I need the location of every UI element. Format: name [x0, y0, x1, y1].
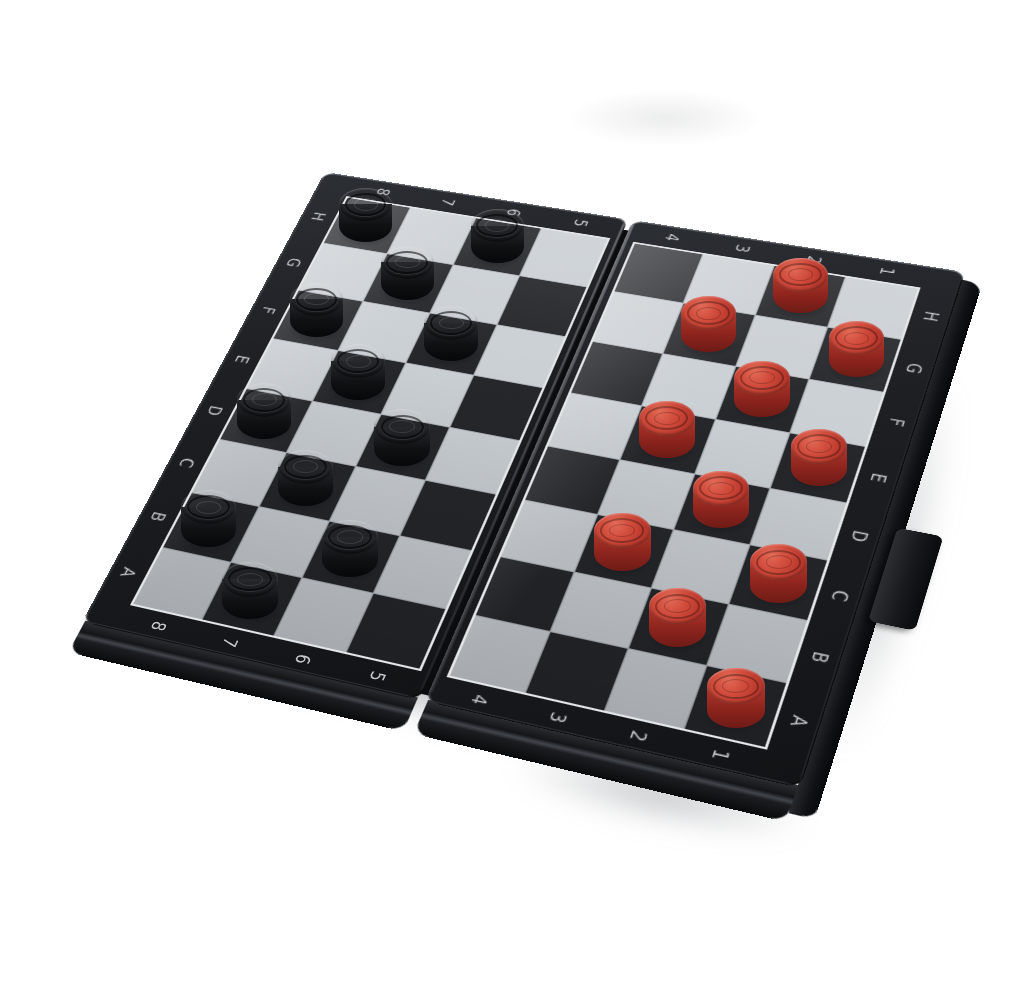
piece-red-c3[interactable] — [594, 513, 651, 571]
piece-black-f8[interactable] — [290, 283, 344, 338]
piece-top-crown-emboss — [734, 361, 789, 395]
piece-top-crown-emboss — [693, 471, 749, 506]
piece-top-crown-emboss — [278, 450, 333, 484]
piece-red-h2[interactable] — [773, 258, 828, 314]
piece-top-crown-emboss — [237, 383, 291, 417]
piece-top-crown-emboss — [322, 520, 378, 555]
piece-black-d8[interactable] — [237, 383, 291, 439]
pieces-layer — [0, 0, 1024, 1004]
piece-top-crown-emboss — [750, 544, 807, 580]
piece-red-e1[interactable] — [791, 429, 847, 486]
piece-red-g3[interactable] — [681, 296, 736, 352]
piece-top-crown-emboss — [681, 296, 736, 330]
piece-top-crown-emboss — [594, 513, 651, 548]
piece-black-a7[interactable] — [222, 562, 278, 619]
piece-top-crown-emboss — [829, 321, 884, 355]
piece-top-crown-emboss — [424, 306, 478, 340]
piece-black-b8[interactable] — [181, 490, 236, 547]
piece-red-d2[interactable] — [693, 471, 749, 529]
piece-red-c1[interactable] — [750, 544, 807, 603]
piece-red-e3[interactable] — [639, 401, 695, 458]
piece-black-h6[interactable] — [471, 209, 524, 263]
piece-black-h8[interactable] — [339, 188, 392, 242]
piece-black-b6[interactable] — [322, 520, 378, 577]
piece-black-f6[interactable] — [424, 306, 478, 361]
piece-red-f2[interactable] — [734, 361, 789, 418]
piece-red-a1[interactable] — [707, 668, 766, 728]
piece-red-b2[interactable] — [649, 588, 707, 647]
piece-top-crown-emboss — [339, 188, 392, 221]
piece-top-crown-emboss — [649, 588, 707, 624]
piece-top-crown-emboss — [290, 283, 344, 316]
piece-top-crown-emboss — [381, 246, 434, 279]
piece-top-crown-emboss — [791, 429, 847, 464]
piece-black-e7[interactable] — [331, 344, 385, 399]
piece-top-crown-emboss — [471, 209, 524, 242]
folding-checkers-set-photo: HGFEDCBA88776655 HGFEDCBA44332211 — [0, 0, 1024, 1004]
piece-top-crown-emboss — [374, 409, 429, 443]
piece-top-crown-emboss — [331, 344, 385, 378]
piece-top-crown-emboss — [222, 562, 278, 597]
piece-black-d6[interactable] — [374, 409, 429, 465]
piece-black-c7[interactable] — [278, 450, 333, 506]
piece-black-g7[interactable] — [381, 246, 434, 300]
piece-top-crown-emboss — [639, 401, 695, 436]
piece-red-g1[interactable] — [829, 321, 884, 377]
piece-top-crown-emboss — [773, 258, 828, 292]
